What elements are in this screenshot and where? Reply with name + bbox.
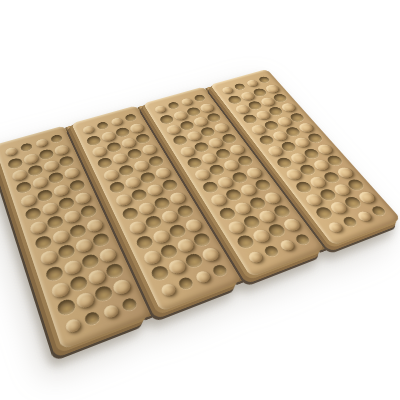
bump-dot: [194, 270, 212, 285]
hollow-dimple: [96, 121, 109, 130]
bump-dot: [35, 138, 48, 148]
hollow-dimple: [193, 94, 206, 102]
hollow-dimple: [370, 205, 387, 217]
hollow-dimple: [19, 142, 32, 152]
hollow-dimple: [167, 101, 180, 110]
seat-pad: [0, 69, 400, 350]
bump-dot: [64, 317, 82, 334]
photo-stage: [0, 0, 400, 400]
hollow-dimple: [120, 297, 138, 313]
hollow-dimple: [83, 310, 101, 326]
bump-dot: [180, 98, 193, 107]
bump-dot: [110, 117, 123, 126]
bump-dot: [153, 105, 166, 114]
hollow-dimple: [257, 76, 270, 84]
bump-dot: [4, 147, 17, 157]
hollow-dimple: [211, 263, 229, 277]
floor-shadow: [0, 0, 400, 400]
bump-dot: [81, 125, 94, 134]
hollow-dimple: [50, 134, 63, 144]
hollow-dimple: [177, 276, 195, 291]
hollow-dimple: [124, 113, 137, 122]
bump-dot: [102, 303, 120, 319]
hollow-dimple: [293, 233, 311, 246]
bump-dot: [159, 282, 177, 297]
